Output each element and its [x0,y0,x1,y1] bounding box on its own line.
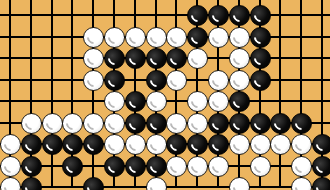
stone-black[interactable] [146,156,167,177]
stone-white[interactable] [0,156,21,177]
stone-black[interactable] [250,5,271,26]
stone-black[interactable] [250,113,271,134]
stone-white[interactable] [187,48,208,69]
stone-white[interactable] [250,156,271,177]
board-vertical-line [279,0,281,188]
stone-black[interactable] [146,70,167,91]
stone-black[interactable] [125,156,146,177]
stone-white[interactable] [62,113,83,134]
stone-black[interactable] [270,113,291,134]
stone-white[interactable] [166,113,187,134]
stone-white[interactable] [229,48,250,69]
stone-white[interactable] [250,134,271,155]
go-board[interactable] [0,0,330,190]
stone-black[interactable] [312,177,330,190]
stone-white[interactable] [0,177,21,190]
stone-white[interactable] [0,134,21,155]
stone-white[interactable] [187,113,208,134]
stone-white[interactable] [42,113,63,134]
stone-white[interactable] [146,91,167,112]
stone-white[interactable] [187,91,208,112]
stone-white[interactable] [83,70,104,91]
stone-white[interactable] [104,27,125,48]
stone-white[interactable] [187,156,208,177]
stone-black[interactable] [208,113,229,134]
stone-white[interactable] [125,27,146,48]
stone-black[interactable] [229,91,250,112]
stone-black[interactable] [187,27,208,48]
stone-black[interactable] [125,91,146,112]
stone-black[interactable] [291,113,312,134]
stone-white[interactable] [146,27,167,48]
stone-white[interactable] [166,70,187,91]
stone-white[interactable] [104,113,125,134]
stone-black[interactable] [104,70,125,91]
stone-black[interactable] [62,134,83,155]
stone-white[interactable] [291,156,312,177]
board-vertical-line [51,0,53,188]
stone-black[interactable] [312,134,330,155]
stone-white[interactable] [21,113,42,134]
stone-white[interactable] [83,48,104,69]
stone-black[interactable] [21,177,42,190]
stone-white[interactable] [229,134,250,155]
stone-black[interactable] [21,156,42,177]
stone-black[interactable] [229,113,250,134]
stone-white[interactable] [125,134,146,155]
stone-white[interactable] [229,70,250,91]
stone-white[interactable] [83,113,104,134]
stone-black[interactable] [166,134,187,155]
stone-black[interactable] [166,48,187,69]
stone-white[interactable] [83,27,104,48]
stone-black[interactable] [125,113,146,134]
stone-white[interactable] [291,134,312,155]
stone-black[interactable] [208,5,229,26]
stone-black[interactable] [250,48,271,69]
stone-white[interactable] [146,134,167,155]
stone-black[interactable] [208,134,229,155]
stone-white[interactable] [270,134,291,155]
stone-black[interactable] [187,5,208,26]
stone-black[interactable] [104,156,125,177]
stone-white[interactable] [208,156,229,177]
stone-white[interactable] [229,177,250,190]
stone-white[interactable] [146,177,167,190]
stone-white[interactable] [104,134,125,155]
stone-black[interactable] [250,70,271,91]
stone-white[interactable] [208,91,229,112]
stone-black[interactable] [250,27,271,48]
stone-black[interactable] [104,48,125,69]
stone-black[interactable] [229,5,250,26]
stone-white[interactable] [104,91,125,112]
stone-white[interactable] [166,156,187,177]
stone-black[interactable] [83,177,104,190]
stone-white[interactable] [208,70,229,91]
stone-black[interactable] [312,156,330,177]
stone-white[interactable] [229,27,250,48]
stone-black[interactable] [42,134,63,155]
stone-white[interactable] [166,27,187,48]
board-horizontal-line [0,14,330,16]
stone-black[interactable] [62,156,83,177]
stone-black[interactable] [125,48,146,69]
stone-white[interactable] [208,27,229,48]
stone-black[interactable] [146,113,167,134]
stone-black[interactable] [21,134,42,155]
stone-black[interactable] [146,48,167,69]
stone-black[interactable] [187,134,208,155]
stone-black[interactable] [83,134,104,155]
stone-white[interactable] [291,177,312,190]
